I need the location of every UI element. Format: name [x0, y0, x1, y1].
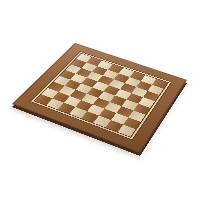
- product-photo-background: [0, 0, 200, 200]
- board-inlay-border: [30, 51, 173, 140]
- chess-board: [12, 43, 187, 153]
- board-squares-grid: [33, 53, 169, 138]
